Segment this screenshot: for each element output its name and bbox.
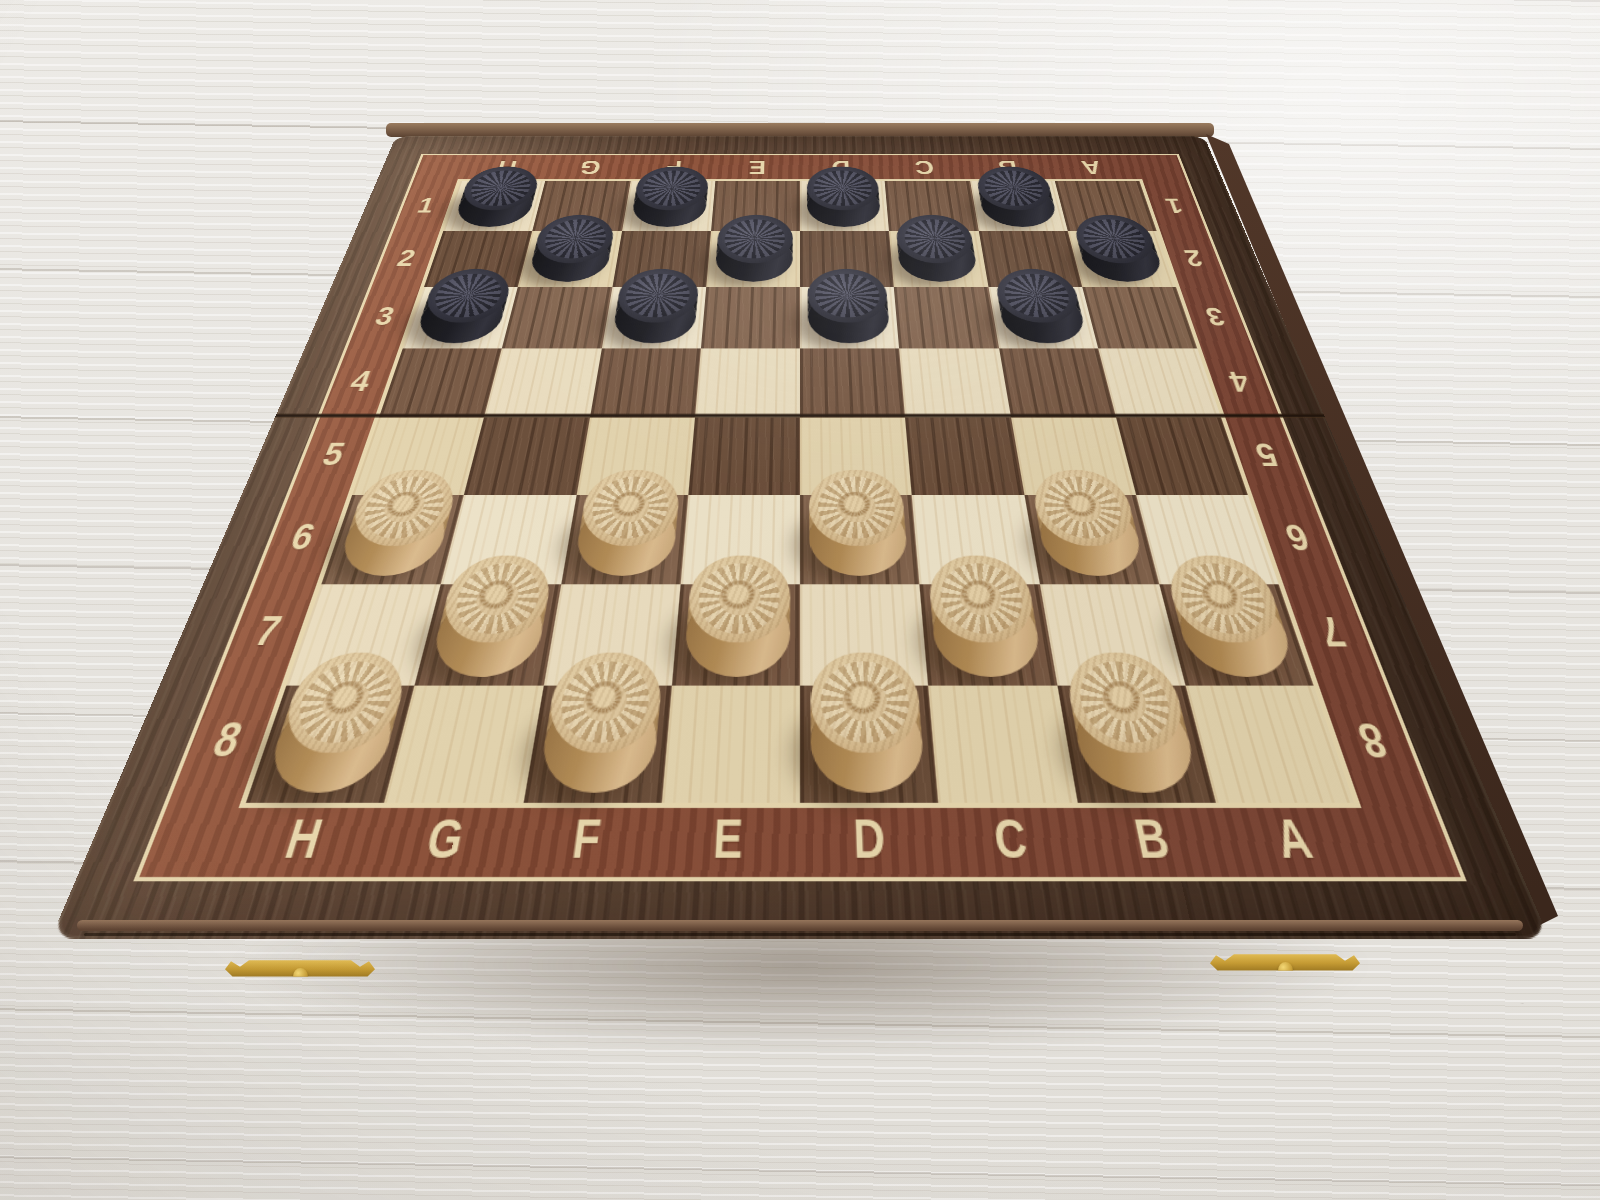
square-c4 — [899, 348, 1010, 417]
rank-label-left-1: 1 — [415, 195, 438, 216]
black-checker-c2 — [897, 235, 980, 281]
square-c2 — [889, 231, 988, 286]
rank-label-left-5: 5 — [318, 438, 349, 471]
rank-label-right-1: 1 — [1163, 195, 1186, 216]
white-checker-c7 — [930, 591, 1045, 676]
white-checker-f6 — [572, 502, 679, 576]
file-label-top-e: E — [748, 158, 766, 177]
white-checker-e7 — [683, 591, 791, 676]
rank-label-right-5: 5 — [1251, 438, 1282, 471]
square-c8 — [928, 685, 1077, 803]
rank-label-left-2: 2 — [394, 247, 418, 270]
white-checker-f8 — [536, 694, 661, 792]
file-label-bottom-e: E — [712, 812, 744, 868]
square-c5 — [905, 417, 1024, 495]
square-g7 — [415, 584, 561, 686]
square-d6 — [800, 495, 920, 584]
square-g3 — [502, 287, 612, 349]
square-f3 — [601, 287, 706, 349]
square-f1 — [622, 181, 716, 231]
white-checker-b6 — [1034, 502, 1147, 576]
rank-label-right-7: 7 — [1314, 610, 1351, 652]
checkers-board: HHGGFFEEDDCCBBAA1122334455667788 — [51, 136, 1550, 938]
square-f8 — [523, 685, 672, 803]
rank-label-left-6: 6 — [286, 519, 320, 556]
photo-scene: HHGGFFEEDDCCBBAA1122334455667788 — [0, 0, 1600, 1200]
square-g2 — [518, 231, 622, 286]
rank-label-right-4: 4 — [1225, 367, 1253, 396]
rank-label-left-8: 8 — [207, 716, 248, 765]
file-label-bottom-c: C — [991, 812, 1030, 868]
square-h1 — [443, 181, 545, 231]
file-label-bottom-f: F — [569, 812, 603, 868]
black-checker-f1 — [629, 185, 707, 227]
black-checker-d3 — [808, 291, 891, 343]
perspective-stretch: HHGGFFEEDDCCBBAA1122334455667788 — [0, 0, 1600, 1200]
square-a2 — [1068, 231, 1176, 286]
square-d1 — [800, 181, 889, 231]
square-f6 — [561, 495, 688, 584]
fold-seam — [275, 413, 1326, 418]
file-label-top-g: G — [578, 158, 602, 177]
square-d3 — [800, 287, 899, 349]
square-h3 — [403, 287, 518, 349]
rank-label-right-8: 8 — [1352, 716, 1393, 765]
rank-label-left-4: 4 — [347, 367, 375, 396]
perspective-plane: HHGGFFEEDDCCBBAA1122334455667788 — [51, 136, 1550, 938]
file-label-bottom-b: B — [1130, 812, 1174, 868]
black-checker-f3 — [610, 291, 698, 343]
black-checker-h3 — [413, 291, 510, 343]
white-checker-a7 — [1170, 591, 1300, 676]
square-c3 — [894, 287, 999, 349]
white-checker-b8 — [1069, 694, 1202, 792]
file-label-bottom-g: G — [422, 812, 468, 868]
file-label-top-c: C — [914, 158, 935, 177]
square-e3 — [701, 287, 800, 349]
white-checker-g7 — [427, 591, 549, 676]
square-b1 — [970, 181, 1068, 231]
file-label-bottom-a: A — [1269, 812, 1317, 868]
rank-label-right-6: 6 — [1280, 519, 1314, 556]
black-checker-h1 — [452, 185, 538, 227]
square-f4 — [589, 348, 700, 417]
white-checker-d8 — [810, 694, 926, 792]
black-checker-d1 — [807, 185, 882, 227]
square-g5 — [464, 417, 589, 495]
file-label-top-a: A — [1079, 158, 1104, 177]
black-checker-e2 — [714, 235, 793, 281]
black-checker-g2 — [527, 235, 614, 281]
square-b4 — [999, 348, 1116, 417]
square-e7 — [672, 584, 800, 686]
square-d4 — [800, 348, 905, 417]
file-label-bottom-h: H — [279, 812, 328, 868]
rank-label-left-3: 3 — [372, 303, 398, 329]
black-checker-a2 — [1076, 235, 1167, 281]
square-e8 — [661, 685, 800, 803]
rank-label-right-3: 3 — [1202, 303, 1228, 329]
file-label-bottom-d: D — [852, 812, 886, 868]
square-b3 — [988, 287, 1098, 349]
square-e5 — [688, 417, 800, 495]
white-checker-h8 — [260, 694, 402, 792]
square-g4 — [484, 348, 601, 417]
square-d8 — [800, 685, 939, 803]
rank-label-left-7: 7 — [249, 610, 286, 652]
black-checker-b1 — [977, 185, 1059, 227]
rank-label-right-2: 2 — [1181, 247, 1205, 270]
square-e4 — [695, 348, 800, 417]
square-c7 — [920, 584, 1057, 686]
white-checker-h6 — [334, 502, 453, 576]
white-checker-d6 — [809, 502, 909, 576]
black-checker-b3 — [996, 291, 1088, 343]
square-e2 — [706, 231, 800, 286]
